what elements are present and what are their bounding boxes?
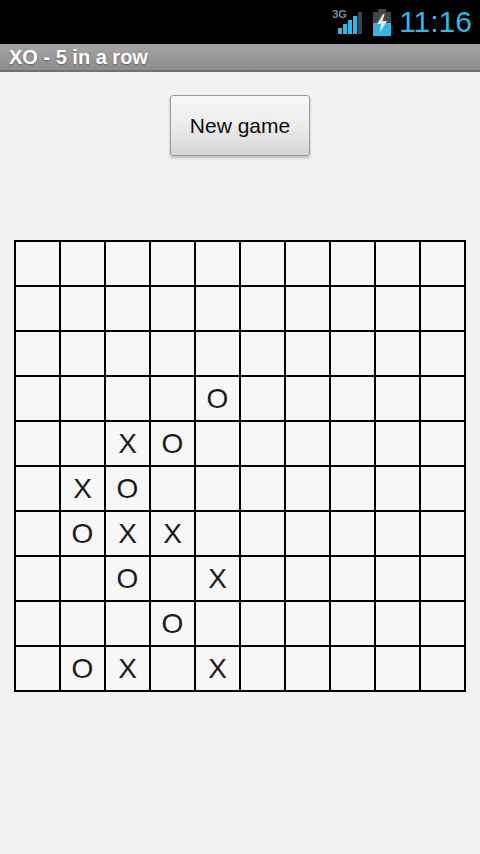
app-title: XO - 5 in a row	[9, 46, 148, 69]
board-cell[interactable]	[106, 602, 149, 645]
board-cell[interactable]	[16, 647, 59, 690]
board-cell[interactable]	[331, 602, 374, 645]
board-cell[interactable]: O	[106, 557, 149, 600]
board-cell[interactable]	[421, 332, 464, 375]
board-cell[interactable]	[16, 467, 59, 510]
board-cell[interactable]: O	[196, 377, 239, 420]
board-cell[interactable]	[106, 332, 149, 375]
board-cell[interactable]	[241, 287, 284, 330]
board-cell[interactable]	[331, 287, 374, 330]
board-cell[interactable]	[286, 377, 329, 420]
board-cell[interactable]	[151, 287, 194, 330]
board-cell[interactable]	[331, 467, 374, 510]
board-cell[interactable]	[196, 332, 239, 375]
board-cell[interactable]	[286, 602, 329, 645]
board-cell[interactable]	[61, 557, 104, 600]
board-cell[interactable]	[286, 467, 329, 510]
status-clock: 11:16	[399, 0, 472, 44]
board-cell[interactable]	[376, 647, 419, 690]
board-cell[interactable]	[16, 242, 59, 285]
board-cell[interactable]	[286, 332, 329, 375]
board-cell[interactable]	[376, 422, 419, 465]
board-cell[interactable]	[421, 467, 464, 510]
board-cell[interactable]	[16, 512, 59, 555]
board-cell[interactable]	[421, 557, 464, 600]
board-cell[interactable]	[106, 287, 149, 330]
board-cell[interactable]	[151, 242, 194, 285]
board: OXOXOOXXOXOOXX	[14, 240, 466, 692]
board-cell[interactable]: X	[106, 512, 149, 555]
board-cell[interactable]	[331, 332, 374, 375]
board-cell[interactable]	[241, 377, 284, 420]
board-cell[interactable]	[196, 467, 239, 510]
board-cell[interactable]	[196, 512, 239, 555]
new-game-button[interactable]: New game	[170, 95, 310, 156]
board-cell[interactable]	[376, 512, 419, 555]
board-cell[interactable]	[151, 647, 194, 690]
board-cell[interactable]	[151, 467, 194, 510]
board-cell[interactable]	[376, 467, 419, 510]
board-cell[interactable]	[421, 242, 464, 285]
battery-charging-icon	[373, 7, 391, 37]
board-cell[interactable]: O	[61, 512, 104, 555]
board-cell[interactable]	[61, 287, 104, 330]
board-cell[interactable]: O	[106, 467, 149, 510]
board-cell[interactable]	[421, 602, 464, 645]
board-cell[interactable]	[421, 377, 464, 420]
board-cell[interactable]	[421, 287, 464, 330]
board-cell[interactable]	[61, 377, 104, 420]
board-cell[interactable]	[61, 242, 104, 285]
status-bar: 3G 11:16	[0, 0, 480, 44]
board-cell[interactable]	[196, 602, 239, 645]
app-screen: 3G 11:16 XO - 5 in a row New game OXOXOO…	[0, 0, 480, 854]
board-cell[interactable]	[376, 242, 419, 285]
board-cell[interactable]	[421, 512, 464, 555]
board-cell[interactable]	[196, 287, 239, 330]
board-cell[interactable]	[376, 287, 419, 330]
board-cell[interactable]: X	[196, 647, 239, 690]
board-cell[interactable]: X	[196, 557, 239, 600]
board-cell[interactable]	[286, 557, 329, 600]
board-cell[interactable]: X	[106, 422, 149, 465]
board-cell[interactable]	[421, 422, 464, 465]
title-bar: XO - 5 in a row	[0, 44, 480, 72]
board-cell[interactable]	[331, 512, 374, 555]
board-cell[interactable]	[421, 647, 464, 690]
board-cell[interactable]	[331, 242, 374, 285]
board-cell[interactable]	[376, 332, 419, 375]
board-cell[interactable]	[241, 422, 284, 465]
board-cell[interactable]	[241, 467, 284, 510]
board-cell[interactable]	[241, 512, 284, 555]
board-cell[interactable]: O	[61, 647, 104, 690]
board-cell[interactable]	[241, 602, 284, 645]
board-cell[interactable]	[16, 377, 59, 420]
board-cell[interactable]: O	[151, 602, 194, 645]
board-cell[interactable]	[241, 647, 284, 690]
board-cell[interactable]	[286, 242, 329, 285]
board-cell[interactable]	[376, 602, 419, 645]
board-cell[interactable]: X	[106, 647, 149, 690]
board-cell[interactable]	[16, 602, 59, 645]
board-cell[interactable]	[241, 332, 284, 375]
board-cell[interactable]	[61, 422, 104, 465]
board-cell[interactable]	[241, 557, 284, 600]
board-cell[interactable]	[16, 332, 59, 375]
board-cell[interactable]	[16, 287, 59, 330]
board-cell[interactable]	[331, 647, 374, 690]
board-cell[interactable]: X	[61, 467, 104, 510]
board-cell[interactable]	[196, 422, 239, 465]
signal-strength-icon: 3G	[329, 7, 367, 37]
board-cell[interactable]: X	[151, 512, 194, 555]
board-cell[interactable]	[331, 557, 374, 600]
board-cell[interactable]	[151, 377, 194, 420]
board-cell[interactable]	[16, 557, 59, 600]
lightning-bolt-icon	[376, 14, 388, 32]
board-cell[interactable]	[61, 602, 104, 645]
board-cell[interactable]	[151, 557, 194, 600]
signal-bars-icon	[338, 12, 362, 34]
board-cell[interactable]	[286, 287, 329, 330]
board-cell[interactable]	[61, 332, 104, 375]
board-cell[interactable]	[286, 422, 329, 465]
board-cell[interactable]	[376, 557, 419, 600]
board-cell[interactable]	[286, 647, 329, 690]
board-cell[interactable]	[331, 422, 374, 465]
board-cell[interactable]	[241, 242, 284, 285]
board-cell[interactable]	[106, 242, 149, 285]
board-cell[interactable]	[286, 512, 329, 555]
board-cell[interactable]	[106, 377, 149, 420]
board-cell[interactable]	[16, 422, 59, 465]
board-cell[interactable]	[151, 332, 194, 375]
board-cell[interactable]	[196, 242, 239, 285]
board-cell[interactable]	[376, 377, 419, 420]
board-cell[interactable]	[331, 377, 374, 420]
board-cell[interactable]: O	[151, 422, 194, 465]
